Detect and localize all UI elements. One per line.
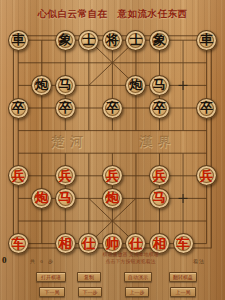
motto-text: 心似白云常自在 意如流水任东西 <box>0 8 225 21</box>
piece-red-rook[interactable]: 车 <box>8 233 29 254</box>
prev-move-button[interactable]: 上一步 <box>125 287 149 297</box>
piece-red-horse[interactable]: 马 <box>149 188 170 209</box>
open-notation-button[interactable]: 打开棋谱 <box>36 272 66 282</box>
footer-notes: 棋谱播放器 支持本地棋谱 点击下方按钮浏览着法 <box>58 252 203 265</box>
piece-black-pawn[interactable]: 卒 <box>8 98 29 119</box>
next-move-button[interactable]: 下一步 <box>78 287 102 297</box>
piece-red-pawn[interactable]: 兵 <box>8 165 29 186</box>
xiangqi-app: 心似白云常自在 意如流水任东西 楚河 漢界 車象士将士象車炮马炮马卒卒卒卒卒兵兵… <box>0 0 225 300</box>
move-info-left: 共 0 步 <box>30 258 55 264</box>
piece-black-pawn[interactable]: 卒 <box>55 98 76 119</box>
piece-black-advisor[interactable]: 士 <box>125 30 146 51</box>
piece-black-pawn[interactable]: 卒 <box>149 98 170 119</box>
prev-game-button[interactable]: 上一局 <box>170 287 196 297</box>
next-game-button[interactable]: 下一局 <box>39 287 65 297</box>
piece-red-elephant[interactable]: 相 <box>55 233 76 254</box>
piece-black-pawn[interactable]: 卒 <box>102 98 123 119</box>
piece-red-elephant[interactable]: 相 <box>149 233 170 254</box>
piece-black-cannon[interactable]: 炮 <box>31 75 52 96</box>
piece-black-elephant[interactable]: 象 <box>55 30 76 51</box>
piece-red-horse[interactable]: 马 <box>55 188 76 209</box>
piece-black-horse[interactable]: 马 <box>149 75 170 96</box>
piece-black-elephant[interactable]: 象 <box>149 30 170 51</box>
piece-red-general[interactable]: 帅 <box>102 233 123 254</box>
piece-black-advisor[interactable]: 士 <box>78 30 99 51</box>
move-counter: 0 <box>2 255 7 265</box>
river-label-han: 漢界 <box>132 134 184 150</box>
piece-red-cannon[interactable]: 炮 <box>31 188 52 209</box>
piece-black-rook[interactable]: 車 <box>196 30 217 51</box>
copy-button[interactable]: 复制 <box>77 272 101 282</box>
piece-red-cannon[interactable]: 炮 <box>102 188 123 209</box>
piece-black-horse[interactable]: 马 <box>55 75 76 96</box>
river-label-chu: 楚河 <box>44 134 96 150</box>
auto-play-button[interactable]: 自动演示 <box>124 272 152 282</box>
piece-red-rook[interactable]: 车 <box>173 233 194 254</box>
flip-board-button[interactable]: 翻转棋盘 <box>169 272 197 282</box>
piece-black-general[interactable]: 将 <box>102 30 123 51</box>
note-line-2: 点击下方按钮浏览着法 <box>58 259 203 266</box>
piece-red-pawn[interactable]: 兵 <box>55 165 76 186</box>
piece-black-pawn[interactable]: 卒 <box>196 98 217 119</box>
piece-black-rook[interactable]: 車 <box>8 30 29 51</box>
